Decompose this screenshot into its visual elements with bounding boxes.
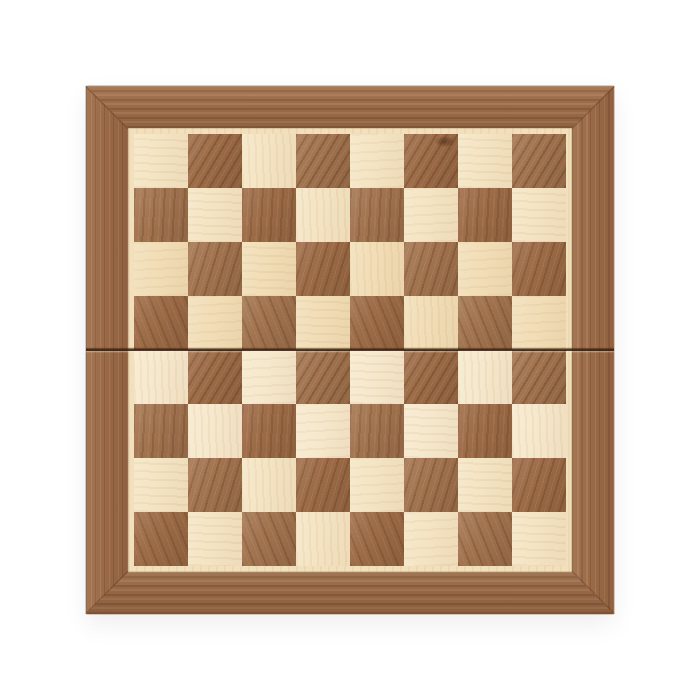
square-d6[interactable] [296,242,350,296]
hinge-seam [86,347,614,353]
square-f6[interactable] [404,242,458,296]
square-h7[interactable] [512,188,566,242]
square-f1[interactable] [404,512,458,566]
square-g7[interactable] [458,188,512,242]
square-b7[interactable] [188,188,242,242]
square-g1[interactable] [458,512,512,566]
square-a5[interactable] [134,296,188,350]
square-d1[interactable] [296,512,350,566]
square-e4[interactable] [350,350,404,404]
square-e1[interactable] [350,512,404,566]
square-a4[interactable] [134,350,188,404]
square-c6[interactable] [242,242,296,296]
square-g6[interactable] [458,242,512,296]
square-e7[interactable] [350,188,404,242]
square-d5[interactable] [296,296,350,350]
square-e3[interactable] [350,404,404,458]
square-h5[interactable] [512,296,566,350]
square-h8[interactable] [512,134,566,188]
square-d2[interactable] [296,458,350,512]
square-e6[interactable] [350,242,404,296]
photo-background [0,0,700,700]
square-c7[interactable] [242,188,296,242]
square-d4[interactable] [296,350,350,404]
square-b3[interactable] [188,404,242,458]
square-f2[interactable] [404,458,458,512]
square-d8[interactable] [296,134,350,188]
square-h6[interactable] [512,242,566,296]
square-f8[interactable] [404,134,458,188]
square-a3[interactable] [134,404,188,458]
square-d3[interactable] [296,404,350,458]
square-b5[interactable] [188,296,242,350]
square-f7[interactable] [404,188,458,242]
square-h4[interactable] [512,350,566,404]
square-g5[interactable] [458,296,512,350]
square-e8[interactable] [350,134,404,188]
square-f5[interactable] [404,296,458,350]
square-h3[interactable] [512,404,566,458]
square-b6[interactable] [188,242,242,296]
square-a1[interactable] [134,512,188,566]
square-c3[interactable] [242,404,296,458]
chess-board [86,86,614,614]
square-f4[interactable] [404,350,458,404]
square-g2[interactable] [458,458,512,512]
square-h2[interactable] [512,458,566,512]
square-g8[interactable] [458,134,512,188]
square-c5[interactable] [242,296,296,350]
square-f3[interactable] [404,404,458,458]
square-b8[interactable] [188,134,242,188]
square-e5[interactable] [350,296,404,350]
square-g3[interactable] [458,404,512,458]
square-a6[interactable] [134,242,188,296]
square-a7[interactable] [134,188,188,242]
square-b1[interactable] [188,512,242,566]
square-b2[interactable] [188,458,242,512]
square-a2[interactable] [134,458,188,512]
square-c4[interactable] [242,350,296,404]
square-c1[interactable] [242,512,296,566]
square-a8[interactable] [134,134,188,188]
square-c2[interactable] [242,458,296,512]
square-d7[interactable] [296,188,350,242]
square-g4[interactable] [458,350,512,404]
square-h1[interactable] [512,512,566,566]
square-c8[interactable] [242,134,296,188]
square-e2[interactable] [350,458,404,512]
board-frame-top [86,86,614,128]
board-frame-bottom [86,572,614,614]
square-b4[interactable] [188,350,242,404]
